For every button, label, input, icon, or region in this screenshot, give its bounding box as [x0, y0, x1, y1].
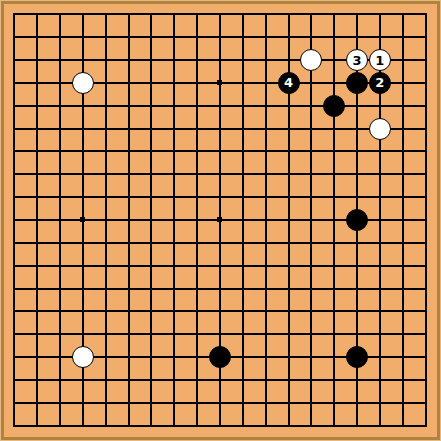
- grid-line-vertical: [265, 13, 267, 426]
- grid-line-vertical: [425, 13, 427, 426]
- stone-white-o17[interactable]: [300, 49, 322, 71]
- star-point-d10: [80, 217, 85, 222]
- stone-white-q17[interactable]: 3: [346, 49, 368, 71]
- grid-line-vertical: [242, 13, 244, 426]
- stone-black-r16[interactable]: 2: [369, 72, 391, 94]
- grid-line-horizontal: [13, 402, 426, 404]
- stone-black-q10[interactable]: [346, 209, 368, 231]
- grid-line-horizontal: [13, 425, 426, 427]
- stone-black-q4[interactable]: [346, 346, 368, 368]
- stone-black-k4[interactable]: [209, 346, 231, 368]
- star-point-k16: [217, 80, 222, 85]
- move-number-label: 2: [375, 76, 384, 89]
- move-number-label: 4: [284, 76, 293, 89]
- stone-black-p15[interactable]: [323, 95, 345, 117]
- grid-line-vertical: [402, 13, 404, 426]
- stone-white-d4[interactable]: [72, 346, 94, 368]
- move-number-label: 3: [353, 54, 362, 67]
- stone-black-q16[interactable]: [346, 72, 368, 94]
- grid-line-horizontal: [13, 265, 426, 267]
- move-number-label: 1: [375, 54, 384, 67]
- go-board[interactable]: 3142: [0, 0, 441, 441]
- stone-white-d16[interactable]: [72, 72, 94, 94]
- grid-line-horizontal: [13, 242, 426, 244]
- grid-line-horizontal: [13, 379, 426, 381]
- grid-line-vertical: [333, 13, 335, 426]
- go-board-field[interactable]: 3142: [4, 4, 437, 437]
- stone-black-n16[interactable]: 4: [278, 72, 300, 94]
- grid-line-horizontal: [13, 310, 426, 312]
- grid-line-horizontal: [13, 333, 426, 335]
- stone-white-r14[interactable]: [369, 118, 391, 140]
- star-point-k10: [217, 217, 222, 222]
- grid-line-horizontal: [13, 288, 426, 290]
- stone-white-r17[interactable]: 1: [369, 49, 391, 71]
- grid-line-vertical: [310, 13, 312, 426]
